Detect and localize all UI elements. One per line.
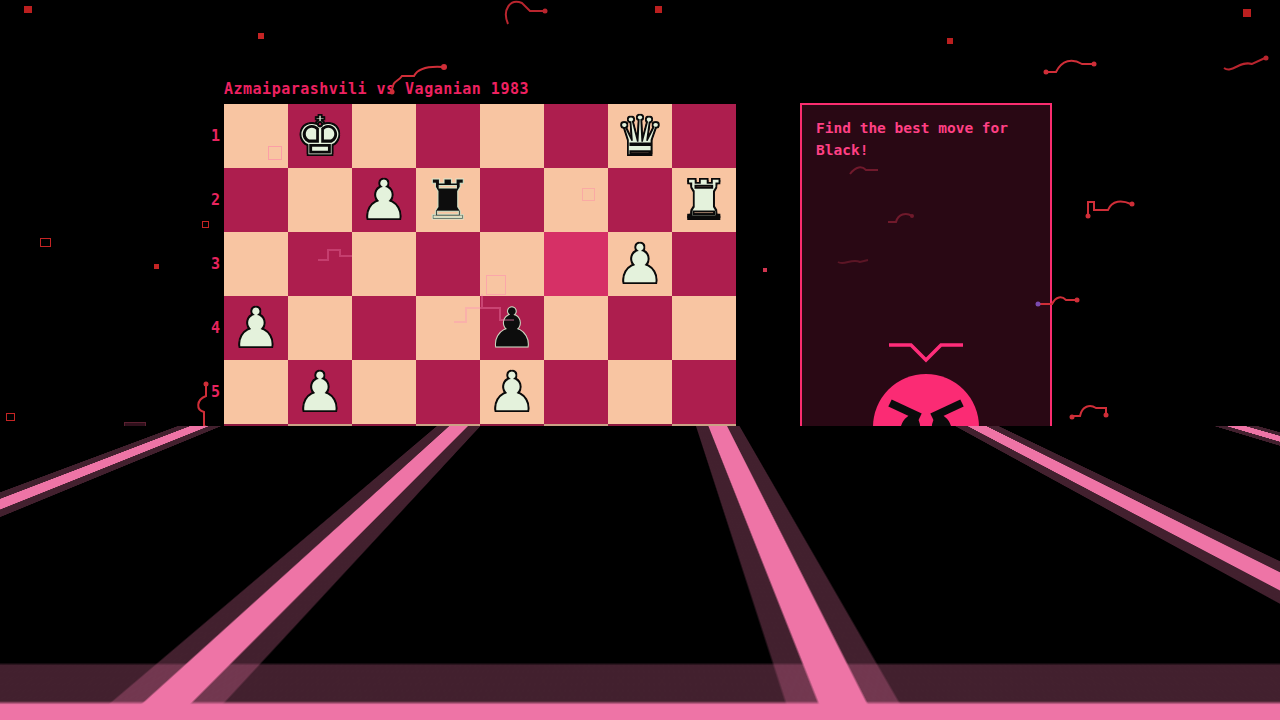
- glitch-box: [1082, 505, 1128, 551]
- glitch-outline: [582, 188, 595, 201]
- square-e5[interactable]: [416, 360, 480, 424]
- puzzle-prompt: Find the best move for Black!: [802, 105, 1050, 161]
- square-h3[interactable]: [224, 232, 288, 296]
- square-d5[interactable]: ♟: [480, 360, 544, 424]
- square-g7[interactable]: ♟: [288, 488, 352, 552]
- circuit-squiggle-icon: [886, 208, 916, 226]
- square-f6[interactable]: [352, 424, 416, 488]
- circuit-squiggle-icon: [388, 58, 450, 98]
- square-f5[interactable]: [352, 360, 416, 424]
- square-d1[interactable]: [480, 104, 544, 168]
- rank-label-2: 2: [202, 191, 220, 209]
- white-rook[interactable]: ♜: [672, 168, 736, 232]
- black-rook[interactable]: ♜: [416, 168, 480, 232]
- rank-label-1: 1: [202, 127, 220, 145]
- square-e3[interactable]: [416, 232, 480, 296]
- square-g1[interactable]: ♚: [288, 104, 352, 168]
- glitch-box: [1066, 577, 1132, 590]
- menu-button[interactable]: MENU: [928, 552, 988, 614]
- puzzle-panel: Find the best move for Black! HINTMUTEME…: [800, 103, 1052, 616]
- white-pawn[interactable]: ♟: [224, 296, 288, 360]
- file-label-h: h: [224, 620, 288, 638]
- white-pawn[interactable]: ♟: [480, 360, 544, 424]
- circuit-squiggle-icon: [1222, 50, 1270, 76]
- hint-button[interactable]: HINT: [802, 552, 862, 614]
- glitch-box: [124, 422, 146, 438]
- square-b1[interactable]: ♛: [608, 104, 672, 168]
- anger-chevron-icon: [887, 341, 965, 365]
- square-b8[interactable]: [608, 552, 672, 616]
- square-b4[interactable]: [608, 296, 672, 360]
- square-d2[interactable]: [480, 168, 544, 232]
- rank-label-4: 4: [202, 319, 220, 337]
- file-label-d: d: [480, 620, 544, 638]
- square-d8[interactable]: [480, 552, 544, 616]
- square-h2[interactable]: [224, 168, 288, 232]
- square-e8[interactable]: [416, 552, 480, 616]
- square-f7[interactable]: ♟: [352, 488, 416, 552]
- glitch-square: [1150, 629, 1164, 640]
- prompt-line-2: Black!: [816, 139, 1038, 161]
- file-label-b: b: [608, 620, 672, 638]
- square-c8[interactable]: ♜: [544, 552, 608, 616]
- circuit-squiggle-icon: [452, 292, 516, 326]
- file-label-c: c: [544, 620, 608, 638]
- black-pawn[interactable]: ♟: [352, 488, 416, 552]
- glitch-square: [24, 6, 32, 13]
- glitch-square: [40, 238, 51, 247]
- prompt-line-1: Find the best move for: [816, 117, 1038, 139]
- white-pawn[interactable]: ♟: [608, 232, 672, 296]
- square-a4[interactable]: [672, 296, 736, 360]
- glitch-square: [763, 268, 767, 272]
- file-label-e: e: [416, 620, 480, 638]
- black-pawn[interactable]: ♟: [288, 488, 352, 552]
- square-a3[interactable]: [672, 232, 736, 296]
- stage: Azmaiparashvili vs Vaganian 1983 ♚♛♟♜♜♟♟…: [0, 0, 1280, 720]
- circuit-squiggle-icon: [192, 382, 220, 434]
- square-a7[interactable]: [672, 488, 736, 552]
- chess-board[interactable]: ♚♛♟♜♜♟♟♟♟♟♟♝♟♟♟♚♜: [224, 104, 736, 616]
- square-f3[interactable]: [352, 232, 416, 296]
- square-g3[interactable]: [288, 232, 352, 296]
- white-king[interactable]: ♚: [288, 104, 352, 168]
- square-c1[interactable]: [544, 104, 608, 168]
- quit-button[interactable]: QUIT: [990, 552, 1050, 614]
- file-label-f: f: [352, 620, 416, 638]
- rank-label-8: 8: [202, 575, 220, 593]
- glitch-outline: [268, 146, 282, 160]
- square-d6[interactable]: ♝: [480, 424, 544, 488]
- rank-label-7: 7: [202, 511, 220, 529]
- square-c2[interactable]: [544, 168, 608, 232]
- glitch-box: [150, 490, 172, 504]
- square-a1[interactable]: [672, 104, 736, 168]
- glitch-square: [585, 699, 590, 704]
- circuit-squiggle-icon: [500, 0, 562, 28]
- glitch-square: [258, 33, 264, 39]
- white-pawn[interactable]: ♟: [288, 360, 352, 424]
- glitch-box: [1082, 553, 1126, 573]
- glitch-box: [84, 486, 120, 497]
- square-b6[interactable]: [608, 424, 672, 488]
- square-e1[interactable]: [416, 104, 480, 168]
- square-c3[interactable]: [544, 232, 608, 296]
- square-g6[interactable]: ♟: [288, 424, 352, 488]
- square-g2[interactable]: [288, 168, 352, 232]
- square-a6[interactable]: [672, 424, 736, 488]
- square-h8[interactable]: [224, 552, 288, 616]
- circuit-squiggle-icon: [316, 244, 354, 262]
- glitch-square: [655, 6, 662, 13]
- glitch-square: [6, 413, 15, 421]
- square-c5[interactable]: [544, 360, 608, 424]
- black-king[interactable]: ♚: [288, 552, 352, 616]
- square-h5[interactable]: [224, 360, 288, 424]
- button-row: HINTMUTEMENUQUIT: [802, 552, 1050, 614]
- square-e2[interactable]: ♜: [416, 168, 480, 232]
- square-a2[interactable]: ♜: [672, 168, 736, 232]
- square-d7[interactable]: [480, 488, 544, 552]
- page-title: Azmaiparashvili vs Vaganian 1983: [224, 80, 529, 98]
- square-f8[interactable]: [352, 552, 416, 616]
- square-e7[interactable]: [416, 488, 480, 552]
- circuit-squiggle-icon: [1036, 288, 1080, 310]
- file-label-a: a: [672, 620, 736, 638]
- square-h7[interactable]: [224, 488, 288, 552]
- opponent-face: [870, 341, 982, 489]
- rank-label-3: 3: [202, 255, 220, 273]
- white-pawn[interactable]: ♟: [352, 168, 416, 232]
- mute-button[interactable]: MUTE: [865, 552, 925, 614]
- white-queen[interactable]: ♛: [608, 104, 672, 168]
- circuit-squiggle-icon: [848, 162, 882, 180]
- glitch-square: [202, 221, 209, 228]
- square-b5[interactable]: [608, 360, 672, 424]
- square-g8[interactable]: ♚: [288, 552, 352, 616]
- glitch-box: [92, 426, 118, 460]
- black-pawn[interactable]: ♟: [288, 424, 352, 488]
- black-rook[interactable]: ♜: [544, 552, 608, 616]
- square-f4[interactable]: [352, 296, 416, 360]
- square-g4[interactable]: [288, 296, 352, 360]
- square-b2[interactable]: [608, 168, 672, 232]
- black-pawn[interactable]: ♟: [608, 488, 672, 552]
- circuit-squiggle-icon: [1068, 394, 1112, 422]
- circuit-squiggle-icon: [836, 252, 870, 266]
- square-c6[interactable]: [544, 424, 608, 488]
- rank-label-6: 6: [202, 447, 220, 465]
- circuit-squiggle-icon: [1082, 196, 1136, 222]
- angry-mustache-face-icon: [870, 367, 982, 485]
- glitch-square: [1243, 9, 1251, 17]
- square-b7[interactable]: ♟: [608, 488, 672, 552]
- circuit-squiggle-icon: [1042, 52, 1098, 78]
- square-g5[interactable]: ♟: [288, 360, 352, 424]
- square-e6[interactable]: [416, 424, 480, 488]
- square-h6[interactable]: [224, 424, 288, 488]
- square-a5[interactable]: [672, 360, 736, 424]
- glitch-square: [154, 264, 159, 269]
- square-c4[interactable]: [544, 296, 608, 360]
- square-a8[interactable]: [672, 552, 736, 616]
- square-h4[interactable]: ♟: [224, 296, 288, 360]
- square-f2[interactable]: ♟: [352, 168, 416, 232]
- black-bishop[interactable]: ♝: [480, 424, 544, 488]
- square-b3[interactable]: ♟: [608, 232, 672, 296]
- square-c7[interactable]: [544, 488, 608, 552]
- glitch-square: [947, 38, 953, 44]
- file-label-g: g: [288, 620, 352, 638]
- square-f1[interactable]: [352, 104, 416, 168]
